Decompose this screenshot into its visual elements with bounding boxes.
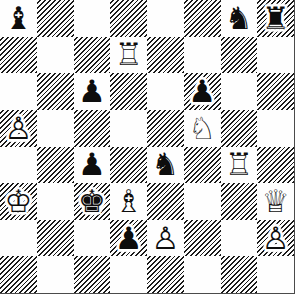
piece-wP-h2: ♙	[262, 223, 290, 254]
square-a3: ♔	[0, 183, 37, 220]
square-d4	[110, 147, 147, 184]
square-b2	[37, 220, 74, 257]
square-c4: ♟	[74, 147, 111, 184]
square-a2	[0, 220, 37, 257]
square-b5	[37, 110, 74, 147]
square-g7	[221, 37, 258, 74]
square-h7	[257, 37, 294, 74]
square-g8: ♞	[221, 0, 258, 37]
square-h6	[257, 73, 294, 110]
square-e5	[147, 110, 184, 147]
square-h5	[257, 110, 294, 147]
square-c5	[74, 110, 111, 147]
square-b6	[37, 73, 74, 110]
square-b7	[37, 37, 74, 74]
chess-board: ♝♞♜♖♟♟♙♘♟♞♖♔♚♗♕♟♙♙	[0, 0, 295, 294]
square-b1	[37, 256, 74, 293]
square-h4	[257, 147, 294, 184]
piece-bN-e4: ♞	[151, 149, 179, 180]
square-e4: ♞	[147, 147, 184, 184]
piece-bP-f6: ♟	[188, 76, 216, 107]
square-f6: ♟	[184, 73, 221, 110]
square-a4	[0, 147, 37, 184]
square-h8: ♜	[257, 0, 294, 37]
piece-wR-d7: ♖	[115, 39, 143, 70]
piece-bP-c6: ♟	[78, 76, 106, 107]
square-f1	[184, 256, 221, 293]
square-e2: ♙	[147, 220, 184, 257]
square-g1	[221, 256, 258, 293]
square-g4: ♖	[221, 147, 258, 184]
square-d2: ♟	[110, 220, 147, 257]
piece-wN-f5: ♘	[188, 113, 216, 144]
square-c7	[74, 37, 111, 74]
piece-wQ-h3: ♕	[262, 186, 290, 217]
square-b3	[37, 183, 74, 220]
square-a1	[0, 256, 37, 293]
piece-wB-d3: ♗	[115, 186, 143, 217]
square-d3: ♗	[110, 183, 147, 220]
square-h2: ♙	[257, 220, 294, 257]
piece-bN-g8: ♞	[225, 3, 253, 34]
square-f8	[184, 0, 221, 37]
piece-bR-h8: ♜	[262, 3, 290, 34]
square-f3	[184, 183, 221, 220]
square-h1	[257, 256, 294, 293]
chess-diagram: ♝♞♜♖♟♟♙♘♟♞♖♔♚♗♕♟♙♙	[0, 0, 295, 294]
square-f4	[184, 147, 221, 184]
piece-wK-a3: ♔	[4, 186, 32, 217]
piece-bB-a8: ♝	[4, 3, 32, 34]
square-g2	[221, 220, 258, 257]
square-c1	[74, 256, 111, 293]
square-a7	[0, 37, 37, 74]
square-e6	[147, 73, 184, 110]
square-d8	[110, 0, 147, 37]
piece-bP-c4: ♟	[78, 149, 106, 180]
square-c6: ♟	[74, 73, 111, 110]
piece-bK-c3: ♚	[78, 186, 106, 217]
piece-wP-a5: ♙	[4, 113, 32, 144]
square-e8	[147, 0, 184, 37]
square-d1	[110, 256, 147, 293]
square-g5	[221, 110, 258, 147]
square-h3: ♕	[257, 183, 294, 220]
square-f5: ♘	[184, 110, 221, 147]
square-c8	[74, 0, 111, 37]
square-d7: ♖	[110, 37, 147, 74]
square-d6	[110, 73, 147, 110]
square-d5	[110, 110, 147, 147]
square-f7	[184, 37, 221, 74]
square-a5: ♙	[0, 110, 37, 147]
piece-wP-e2: ♙	[151, 223, 179, 254]
piece-wR-g4: ♖	[225, 149, 253, 180]
square-a8: ♝	[0, 0, 37, 37]
square-g6	[221, 73, 258, 110]
square-c2	[74, 220, 111, 257]
square-e7	[147, 37, 184, 74]
square-c3: ♚	[74, 183, 111, 220]
square-g3	[221, 183, 258, 220]
square-f2	[184, 220, 221, 257]
square-e1	[147, 256, 184, 293]
square-a6	[0, 73, 37, 110]
piece-bP-d2: ♟	[115, 223, 143, 254]
square-b8	[37, 0, 74, 37]
square-b4	[37, 147, 74, 184]
square-e3	[147, 183, 184, 220]
